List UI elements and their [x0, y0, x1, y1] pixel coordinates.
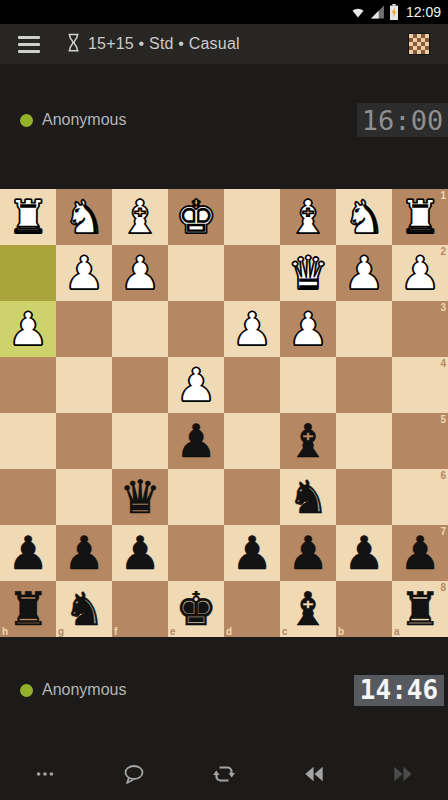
player-bottom-name: Anonymous [42, 681, 127, 699]
black-queen-f6[interactable]: ♛ [119, 469, 160, 525]
black-bishop-c8[interactable]: ♝ [287, 581, 328, 637]
white-knight-g1[interactable]: ♞ [63, 189, 104, 245]
square-g8[interactable]: ♞g [56, 581, 112, 637]
square-d7[interactable]: ♟ [224, 525, 280, 581]
square-e5[interactable]: ♟ [168, 413, 224, 469]
game-title: 15+15 • Std • Casual [88, 35, 240, 53]
square-a1[interactable]: ♜1 [392, 189, 448, 245]
square-g2[interactable]: ♟ [56, 245, 112, 301]
square-e2[interactable] [168, 245, 224, 301]
square-f7[interactable]: ♟ [112, 525, 168, 581]
square-f5[interactable] [112, 413, 168, 469]
coord-file-a: a [394, 626, 400, 637]
square-b2[interactable]: ♟ [336, 245, 392, 301]
black-king-e8[interactable]: ♚ [175, 581, 216, 637]
coord-rank-6: 6 [440, 470, 446, 481]
square-a7[interactable]: ♟7 [392, 525, 448, 581]
white-pawn-h3[interactable]: ♟ [7, 301, 48, 357]
square-a4[interactable]: 4 [392, 357, 448, 413]
black-knight-g8[interactable]: ♞ [63, 581, 104, 637]
square-d3[interactable]: ♟ [224, 301, 280, 357]
square-c1[interactable]: ♝ [280, 189, 336, 245]
coord-rank-5: 5 [440, 414, 446, 425]
coord-file-h: h [2, 626, 8, 637]
board-thumbnail-icon[interactable] [408, 33, 430, 55]
square-f4[interactable] [112, 357, 168, 413]
app-screen: 12:09 15+15 • Std • Casual Anonymous 16:… [0, 0, 448, 800]
black-rook-h8[interactable]: ♜ [7, 581, 48, 637]
square-e7[interactable] [168, 525, 224, 581]
square-d2[interactable] [224, 245, 280, 301]
white-pawn-b2[interactable]: ♟ [343, 245, 384, 301]
white-pawn-d3[interactable]: ♟ [231, 301, 272, 357]
white-pawn-f2[interactable]: ♟ [119, 245, 160, 301]
android-status-bar: 12:09 [0, 0, 448, 24]
coord-file-b: b [338, 626, 344, 637]
square-e1[interactable]: ♚ [168, 189, 224, 245]
square-h1[interactable]: ♜ [0, 189, 56, 245]
coord-rank-7: 7 [440, 526, 446, 537]
square-c2[interactable]: ♛ [280, 245, 336, 301]
square-b7[interactable]: ♟ [336, 525, 392, 581]
coord-file-f: f [114, 626, 117, 637]
chat-button[interactable] [90, 748, 180, 800]
square-g6[interactable] [56, 469, 112, 525]
menu-icon[interactable] [18, 36, 40, 53]
square-a3[interactable]: 3 [392, 301, 448, 357]
square-c5[interactable]: ♝ [280, 413, 336, 469]
square-g3[interactable] [56, 301, 112, 357]
coord-rank-1: 1 [440, 190, 446, 201]
online-dot [20, 684, 33, 697]
black-pawn-d7[interactable]: ♟ [231, 525, 272, 581]
coord-rank-8: 8 [440, 582, 446, 593]
square-f3[interactable] [112, 301, 168, 357]
square-b8[interactable]: b [336, 581, 392, 637]
wifi-icon [350, 5, 366, 19]
square-h2[interactable] [0, 245, 56, 301]
fast-forward-button[interactable] [358, 748, 448, 800]
white-pawn-e4[interactable]: ♟ [175, 357, 216, 413]
white-pawn-c3[interactable]: ♟ [287, 301, 328, 357]
square-g4[interactable] [56, 357, 112, 413]
white-rook-h1[interactable]: ♜ [7, 189, 48, 245]
app-bar: 15+15 • Std • Casual [0, 24, 448, 64]
square-h6[interactable] [0, 469, 56, 525]
white-bishop-f1[interactable]: ♝ [119, 189, 160, 245]
status-time: 12:09 [406, 4, 441, 20]
coord-rank-2: 2 [440, 246, 446, 257]
white-rook-a1[interactable]: ♜ [399, 189, 440, 245]
square-h4[interactable] [0, 357, 56, 413]
square-b5[interactable] [336, 413, 392, 469]
square-a5[interactable]: 5 [392, 413, 448, 469]
square-c4[interactable] [280, 357, 336, 413]
square-e6[interactable] [168, 469, 224, 525]
square-d5[interactable] [224, 413, 280, 469]
square-c3[interactable]: ♟ [280, 301, 336, 357]
player-top: Anonymous 16:00 [0, 96, 448, 144]
black-pawn-b7[interactable]: ♟ [343, 525, 384, 581]
square-f6[interactable]: ♛ [112, 469, 168, 525]
square-d4[interactable] [224, 357, 280, 413]
coord-file-d: d [226, 626, 232, 637]
square-d1[interactable] [224, 189, 280, 245]
square-c7[interactable]: ♟ [280, 525, 336, 581]
black-bishop-c5[interactable]: ♝ [287, 413, 328, 469]
square-c6[interactable]: ♞ [280, 469, 336, 525]
black-pawn-h7[interactable]: ♟ [7, 525, 48, 581]
square-e4[interactable]: ♟ [168, 357, 224, 413]
white-queen-c2[interactable]: ♛ [287, 245, 328, 301]
online-dot [20, 114, 33, 127]
square-a8[interactable]: ♜8a [392, 581, 448, 637]
square-f2[interactable]: ♟ [112, 245, 168, 301]
square-h5[interactable] [0, 413, 56, 469]
coord-rank-4: 4 [440, 358, 446, 369]
black-pawn-c7[interactable]: ♟ [287, 525, 328, 581]
black-pawn-f7[interactable]: ♟ [119, 525, 160, 581]
player-top-clock: 16:00 [357, 103, 448, 137]
rewind-button[interactable] [269, 748, 359, 800]
game-header: 15+15 • Std • Casual [66, 33, 408, 56]
white-pawn-a2[interactable]: ♟ [399, 245, 440, 301]
black-pawn-e5[interactable]: ♟ [175, 413, 216, 469]
black-rook-a8[interactable]: ♜ [399, 581, 440, 637]
coord-file-e: e [170, 626, 176, 637]
flip-board-button[interactable] [179, 748, 269, 800]
square-g5[interactable] [56, 413, 112, 469]
square-e3[interactable] [168, 301, 224, 357]
square-a6[interactable]: 6 [392, 469, 448, 525]
bottom-toolbar [0, 748, 448, 800]
coord-file-c: c [282, 626, 288, 637]
square-h7[interactable]: ♟ [0, 525, 56, 581]
square-g7[interactable]: ♟ [56, 525, 112, 581]
square-b6[interactable] [336, 469, 392, 525]
chess-board[interactable]: ♜♞♝♚♝♞♜1♟♟♛♟♟2♟♟♟3♟4♟♝5♛♞6♟♟♟♟♟♟♟7♜h♞gf♚… [0, 189, 448, 637]
black-knight-c6[interactable]: ♞ [287, 469, 328, 525]
square-b3[interactable] [336, 301, 392, 357]
square-f1[interactable]: ♝ [112, 189, 168, 245]
white-knight-b1[interactable]: ♞ [343, 189, 384, 245]
square-d6[interactable] [224, 469, 280, 525]
coord-file-g: g [58, 626, 64, 637]
coord-rank-3: 3 [440, 302, 446, 313]
square-f8[interactable]: f [112, 581, 168, 637]
black-pawn-a7[interactable]: ♟ [399, 525, 440, 581]
more-options-button[interactable] [0, 748, 90, 800]
player-top-name: Anonymous [42, 111, 127, 129]
white-king-e1[interactable]: ♚ [175, 189, 216, 245]
white-pawn-g2[interactable]: ♟ [63, 245, 104, 301]
player-bottom: Anonymous 14:46 [0, 666, 448, 714]
square-b4[interactable] [336, 357, 392, 413]
square-b1[interactable]: ♞ [336, 189, 392, 245]
battery-charging-icon [389, 4, 399, 20]
black-pawn-g7[interactable]: ♟ [63, 525, 104, 581]
square-e8[interactable]: ♚e [168, 581, 224, 637]
square-h3[interactable]: ♟ [0, 301, 56, 357]
player-bottom-clock: 14:46 [354, 675, 444, 706]
white-bishop-c1[interactable]: ♝ [287, 189, 328, 245]
cell-signal-icon [370, 5, 385, 19]
square-d8[interactable]: d [224, 581, 280, 637]
square-h8[interactable]: ♜h [0, 581, 56, 637]
hourglass-icon [66, 33, 81, 56]
square-a2[interactable]: ♟2 [392, 245, 448, 301]
square-g1[interactable]: ♞ [56, 189, 112, 245]
square-c8[interactable]: ♝c [280, 581, 336, 637]
